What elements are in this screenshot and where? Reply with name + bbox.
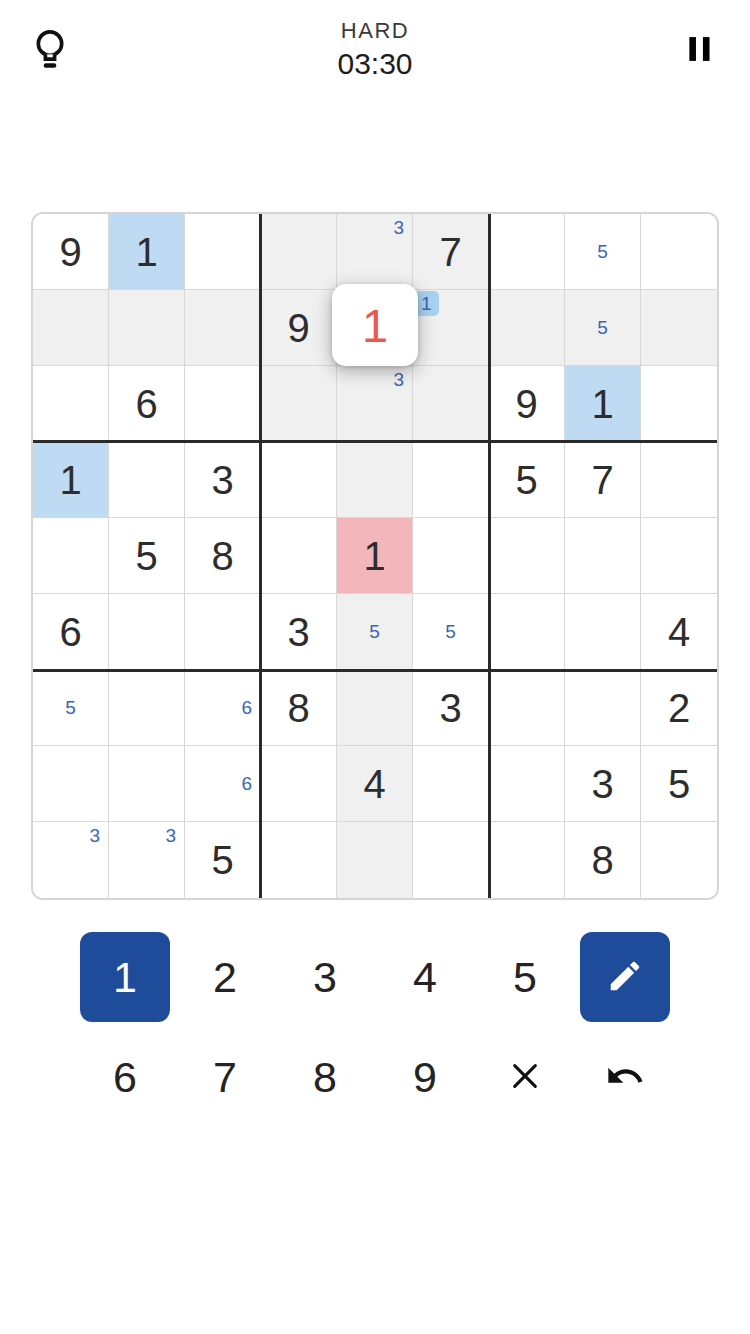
cell-r4c3[interactable]: 3	[185, 442, 261, 518]
pencil-grid: 3	[338, 367, 411, 440]
box-border-horizontal-1	[33, 440, 717, 443]
cell-r3c7[interactable]: 9	[489, 366, 565, 442]
cell-r4c6[interactable]	[413, 442, 489, 518]
cell-r2c2[interactable]	[109, 290, 185, 366]
cell-r7c8[interactable]	[565, 670, 641, 746]
cell-r2c6[interactable]: 1	[413, 290, 489, 366]
cell-r9c4[interactable]	[261, 822, 337, 898]
cell-r2c3[interactable]	[185, 290, 261, 366]
cell-r6c9[interactable]: 4	[641, 594, 717, 670]
pencil-grid: 5	[34, 671, 107, 744]
pencil-mark: 3	[90, 826, 101, 845]
pencil-mark: 5	[597, 318, 608, 337]
pencil-mark: 6	[242, 698, 253, 717]
cell-r7c9[interactable]: 2	[641, 670, 717, 746]
erase-button[interactable]	[480, 1032, 570, 1122]
cell-r5c1[interactable]	[33, 518, 109, 594]
popup-value: 1	[362, 302, 388, 349]
pencil-grid: 1	[414, 291, 487, 364]
cell-r6c5[interactable]: 5	[337, 594, 413, 670]
cell-value: 1	[135, 232, 157, 272]
entry-popup: 1	[332, 284, 418, 366]
cell-r8c2[interactable]	[109, 746, 185, 822]
cell-r9c2[interactable]: 3	[109, 822, 185, 898]
cell-r9c7[interactable]	[489, 822, 565, 898]
cell-r9c6[interactable]	[413, 822, 489, 898]
cell-value: 9	[59, 232, 81, 272]
cell-value: 8	[211, 536, 233, 576]
cell-r8c5[interactable]: 4	[337, 746, 413, 822]
cell-value: 1	[59, 460, 81, 500]
pencil-grid: 5	[338, 595, 411, 668]
cell-value: 3	[211, 460, 233, 500]
cell-r1c9[interactable]	[641, 214, 717, 290]
cell-value: 6	[59, 612, 81, 652]
cell-r2c9[interactable]	[641, 290, 717, 366]
cell-r6c7[interactable]	[489, 594, 565, 670]
cell-r8c1[interactable]	[33, 746, 109, 822]
cell-r4c8[interactable]: 7	[565, 442, 641, 518]
cell-r1c1[interactable]: 9	[33, 214, 109, 290]
box-border-vertical-2	[488, 214, 491, 898]
cell-value: 3	[591, 764, 613, 804]
pencil-mark: 6	[242, 774, 253, 793]
box-border-horizontal-2	[33, 669, 717, 672]
cell-r6c4[interactable]: 3	[261, 594, 337, 670]
cell-r3c9[interactable]	[641, 366, 717, 442]
pencil-mark: 5	[597, 242, 608, 261]
numpad-digit: 2	[213, 956, 237, 999]
cell-r6c8[interactable]	[565, 594, 641, 670]
cell-r6c1[interactable]: 6	[33, 594, 109, 670]
cell-r2c1[interactable]	[33, 290, 109, 366]
cell-r8c9[interactable]: 5	[641, 746, 717, 822]
cell-r4c5[interactable]	[337, 442, 413, 518]
cell-r3c4[interactable]	[261, 366, 337, 442]
cell-r7c5[interactable]	[337, 670, 413, 746]
cell-r5c3[interactable]: 8	[185, 518, 261, 594]
cell-r4c1[interactable]: 1	[33, 442, 109, 518]
cell-r1c5[interactable]: 3	[337, 214, 413, 290]
pencil-mark: 3	[394, 370, 405, 389]
cell-r8c4[interactable]	[261, 746, 337, 822]
sudoku-app: HARD 03:30 91375915639113575816355456832…	[0, 0, 750, 1334]
cell-r9c5[interactable]	[337, 822, 413, 898]
numpad-row-1: 1 2 3 4 5	[80, 932, 670, 1022]
cell-r3c3[interactable]	[185, 366, 261, 442]
numpad-row-2: 6 7 8 9	[80, 1032, 670, 1122]
pencil-grid: 3	[110, 823, 183, 897]
cell-value: 1	[591, 384, 613, 424]
pencil-grid: 5	[414, 595, 487, 668]
pencil-grid: 6	[186, 671, 259, 744]
pencil-grid: 5	[566, 291, 639, 364]
cell-value: 3	[287, 612, 309, 652]
cell-r7c3[interactable]: 6	[185, 670, 261, 746]
cell-value: 8	[591, 840, 613, 880]
cell-r6c3[interactable]	[185, 594, 261, 670]
undo-icon	[605, 1056, 645, 1099]
cell-r5c5[interactable]: 1	[337, 518, 413, 594]
cell-r5c6[interactable]	[413, 518, 489, 594]
pencil-grid: 5	[566, 215, 639, 288]
top-bar: HARD 03:30	[0, 0, 750, 100]
cell-r5c9[interactable]	[641, 518, 717, 594]
cell-value: 9	[515, 384, 537, 424]
cell-r1c6[interactable]: 7	[413, 214, 489, 290]
difficulty-label: HARD	[0, 18, 750, 44]
pencil-mode-button[interactable]	[580, 932, 670, 1022]
numpad-button-7[interactable]: 7	[180, 1032, 270, 1122]
cell-r1c7[interactable]	[489, 214, 565, 290]
cell-value: 6	[135, 384, 157, 424]
sudoku-board: 9137591563911357581635545683264353358 1	[33, 214, 717, 898]
cell-value: 8	[287, 688, 309, 728]
cell-r9c9[interactable]	[641, 822, 717, 898]
pencil-mark: 5	[65, 698, 76, 717]
numpad-button-9[interactable]: 9	[380, 1032, 470, 1122]
undo-button[interactable]	[580, 1032, 670, 1122]
cell-value: 4	[668, 612, 690, 652]
cell-r1c2[interactable]: 1	[109, 214, 185, 290]
cell-r7c4[interactable]: 8	[261, 670, 337, 746]
cell-r7c2[interactable]	[109, 670, 185, 746]
box-border-vertical-1	[259, 214, 262, 898]
numpad-digit: 5	[513, 956, 537, 999]
numpad-button-1[interactable]: 1	[80, 932, 170, 1022]
cell-r8c6[interactable]	[413, 746, 489, 822]
pencil-icon	[606, 957, 644, 998]
cell-r4c4[interactable]	[261, 442, 337, 518]
cell-r7c6[interactable]: 3	[413, 670, 489, 746]
cell-r1c3[interactable]	[185, 214, 261, 290]
numpad-digit: 6	[113, 1056, 137, 1099]
cell-r3c1[interactable]	[33, 366, 109, 442]
pencil-mark: 3	[394, 218, 405, 237]
numpad-button-6[interactable]: 6	[80, 1032, 170, 1122]
pencil-mark: 3	[166, 826, 177, 845]
numpad-button-4[interactable]: 4	[380, 932, 470, 1022]
numpad-digit: 9	[413, 1056, 437, 1099]
pause-button[interactable]	[672, 22, 728, 78]
cell-r5c4[interactable]	[261, 518, 337, 594]
cell-r5c8[interactable]	[565, 518, 641, 594]
cell-value: 5	[668, 764, 690, 804]
cell-r5c7[interactable]	[489, 518, 565, 594]
cell-r3c8[interactable]: 1	[565, 366, 641, 442]
pencil-mark: 5	[369, 622, 380, 641]
pencil-grid: 3	[34, 823, 107, 897]
cell-value: 1	[363, 536, 385, 576]
cell-r3c6[interactable]	[413, 366, 489, 442]
cell-r9c3[interactable]: 5	[185, 822, 261, 898]
cell-r5c2[interactable]: 5	[109, 518, 185, 594]
header-title: HARD 03:30	[0, 18, 750, 82]
cell-r2c4[interactable]: 9	[261, 290, 337, 366]
numpad-button-8[interactable]: 8	[280, 1032, 370, 1122]
cell-value: 2	[668, 688, 690, 728]
cell-r1c8[interactable]: 5	[565, 214, 641, 290]
cell-r3c5[interactable]: 3	[337, 366, 413, 442]
pencil-mark: 5	[445, 622, 456, 641]
cell-r8c7[interactable]	[489, 746, 565, 822]
cell-r7c7[interactable]	[489, 670, 565, 746]
cell-r6c2[interactable]	[109, 594, 185, 670]
cell-r8c8[interactable]: 3	[565, 746, 641, 822]
cell-r4c2[interactable]	[109, 442, 185, 518]
cell-r9c8[interactable]: 8	[565, 822, 641, 898]
cell-value: 5	[515, 460, 537, 500]
cell-value: 5	[135, 536, 157, 576]
pause-icon	[678, 27, 722, 74]
cell-r8c3[interactable]: 6	[185, 746, 261, 822]
pencil-grid: 6	[186, 747, 259, 820]
numpad-button-3[interactable]: 3	[280, 932, 370, 1022]
cell-r4c9[interactable]	[641, 442, 717, 518]
cell-value: 5	[211, 840, 233, 880]
cell-r7c1[interactable]: 5	[33, 670, 109, 746]
pencil-grid: 3	[338, 215, 411, 288]
cell-value: 4	[363, 764, 385, 804]
numpad-digit: 1	[113, 956, 137, 999]
cell-value: 3	[439, 688, 461, 728]
numpad-digit: 4	[413, 956, 437, 999]
cell-r2c8[interactable]: 5	[565, 290, 641, 366]
cell-r9c1[interactable]: 3	[33, 822, 109, 898]
cell-value: 7	[439, 232, 461, 272]
cell-value: 7	[591, 460, 613, 500]
cell-r6c6[interactable]: 5	[413, 594, 489, 670]
numpad-digit: 3	[313, 956, 337, 999]
numpad-button-5[interactable]: 5	[480, 932, 570, 1022]
cell-r3c2[interactable]: 6	[109, 366, 185, 442]
cell-value: 9	[287, 308, 309, 348]
cell-r2c7[interactable]	[489, 290, 565, 366]
cell-r1c4[interactable]	[261, 214, 337, 290]
cell-r4c7[interactable]: 5	[489, 442, 565, 518]
numpad-digit: 8	[313, 1056, 337, 1099]
numpad-button-2[interactable]: 2	[180, 932, 270, 1022]
close-icon	[506, 1057, 544, 1098]
timer: 03:30	[0, 46, 750, 82]
numpad-digit: 7	[213, 1056, 237, 1099]
